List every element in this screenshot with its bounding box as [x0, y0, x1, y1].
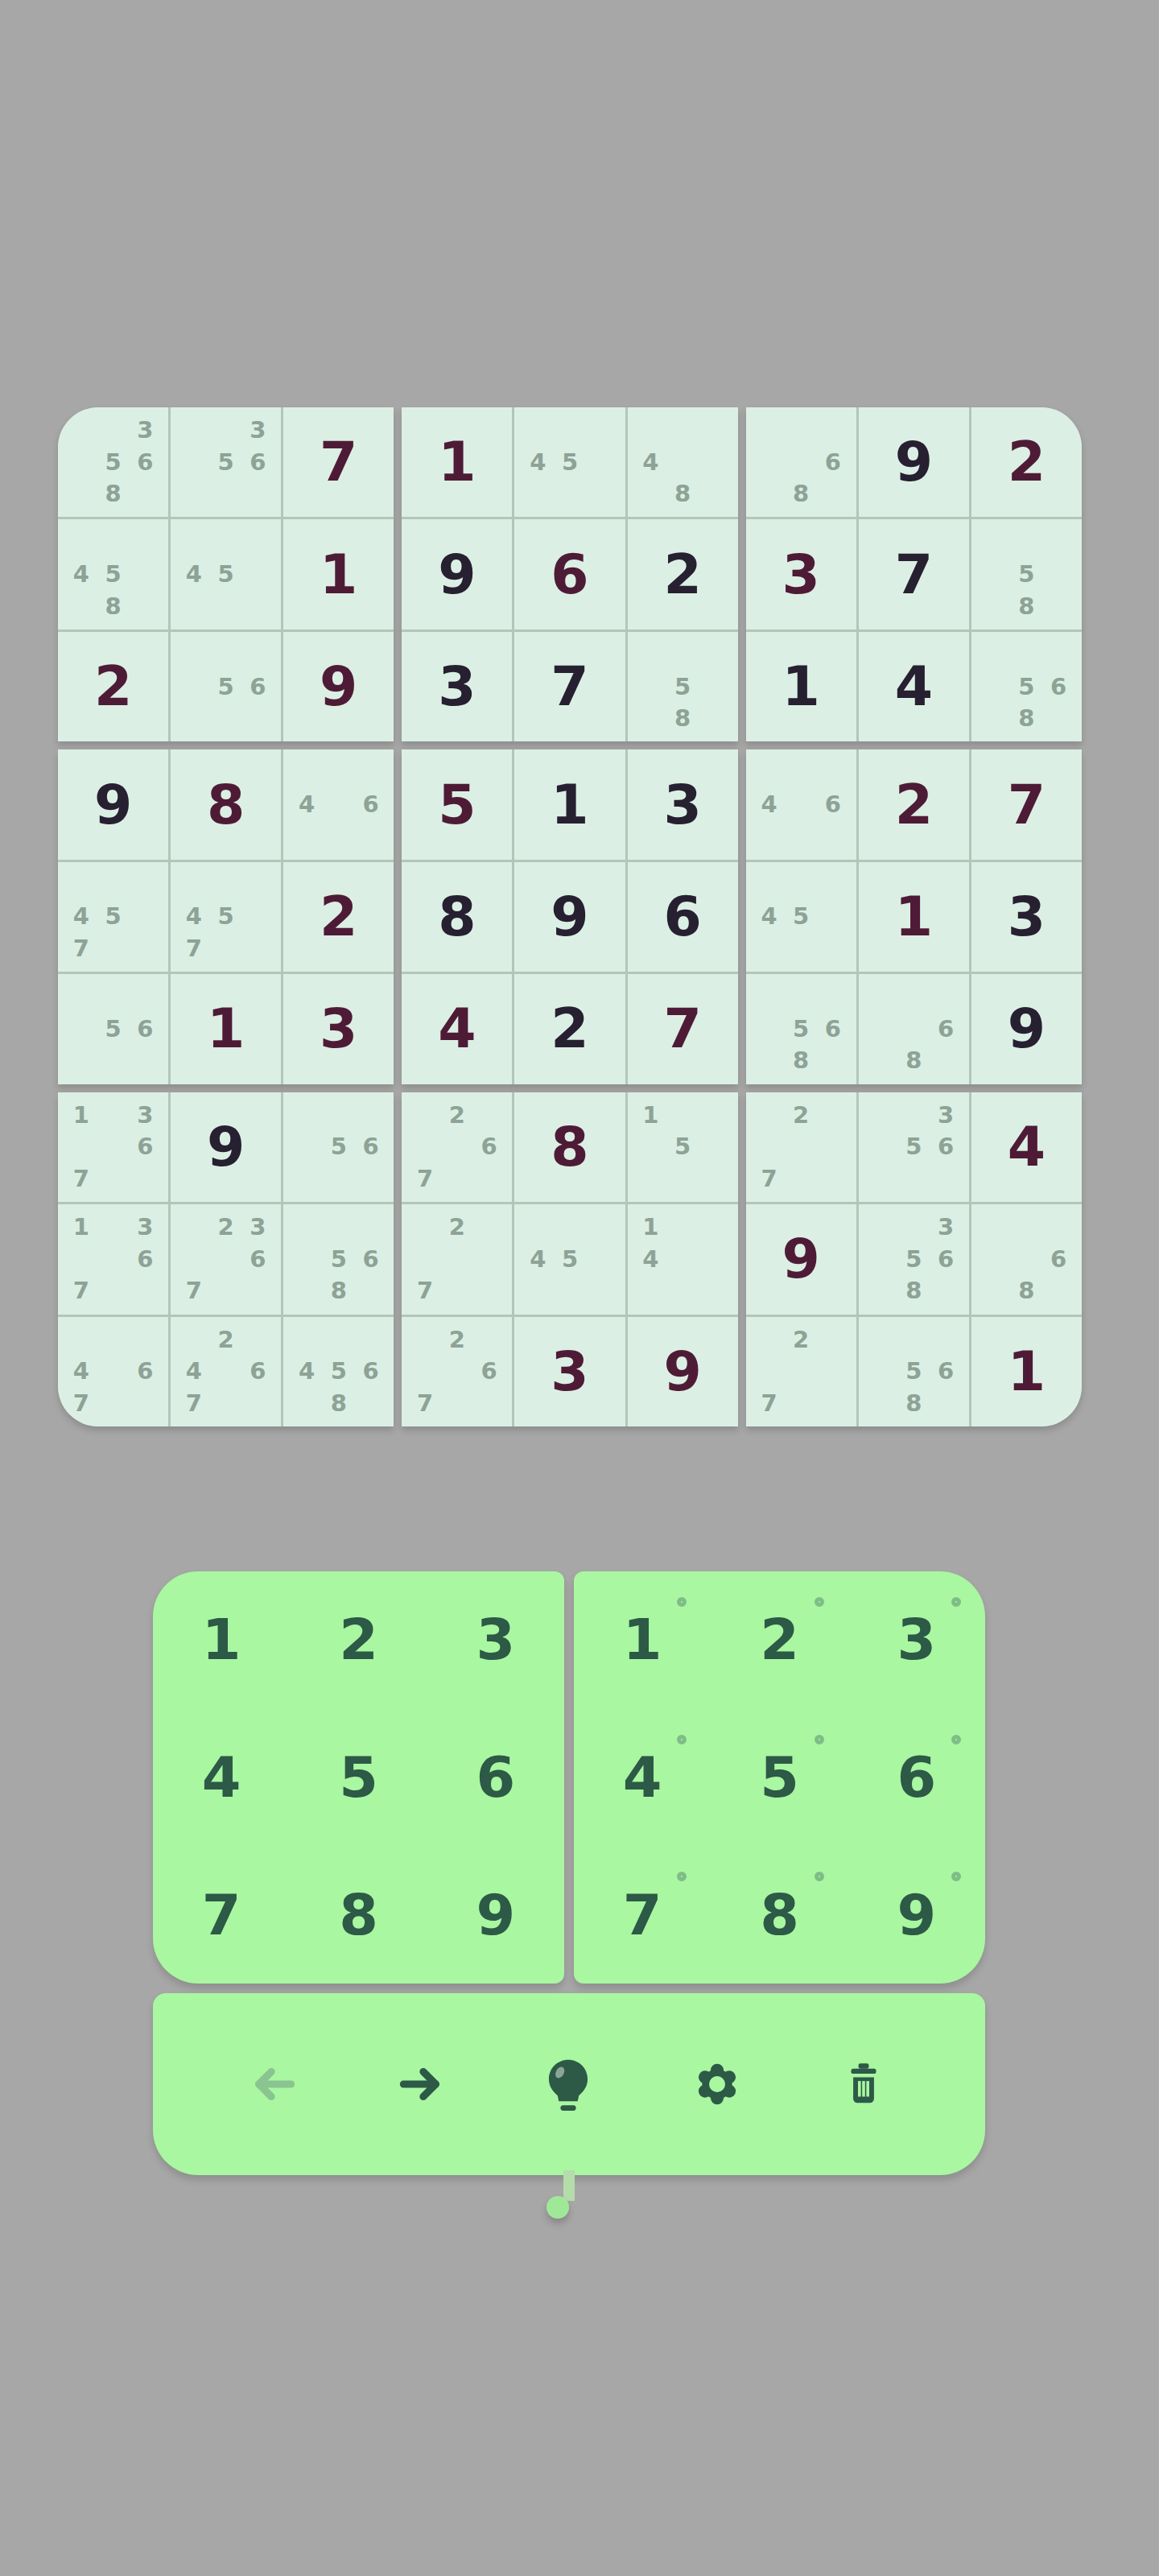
- pencil-mark-9: [473, 1388, 505, 1419]
- digit-8-button[interactable]: 8: [290, 1846, 427, 1984]
- pencil-mark-4: [291, 1244, 323, 1275]
- pencil-marks: 1367: [65, 1100, 161, 1195]
- cell-r6c8[interactable]: 68: [859, 974, 969, 1084]
- pencil-mark-6: 6: [242, 1356, 274, 1387]
- pencil-mark-5: [441, 1356, 473, 1387]
- cell-r5c3[interactable]: 2: [283, 862, 394, 972]
- cell-r4c1[interactable]: 9: [58, 749, 168, 859]
- cell-r2c7[interactable]: 3: [746, 519, 856, 629]
- cell-r2c5[interactable]: 6: [514, 519, 625, 629]
- cell-r8c2[interactable]: 2367: [171, 1204, 281, 1314]
- cell-r8c9[interactable]: 68: [971, 1204, 1082, 1314]
- pencil-mark-1: [291, 1324, 323, 1356]
- cell-r8c6[interactable]: 14: [628, 1204, 738, 1314]
- cell-r2c8[interactable]: 7: [859, 519, 969, 629]
- pencil-mark-7: [178, 703, 210, 734]
- delete-button[interactable]: [839, 2059, 889, 2109]
- pencil-mark-9: [355, 1275, 387, 1307]
- pencil-mark-6: 6: [930, 1013, 962, 1045]
- cell-r3c1[interactable]: 2: [58, 632, 168, 741]
- pencil-mark-3: [129, 1324, 161, 1356]
- pencil-mark-4: [866, 1131, 898, 1162]
- pencil-mark-8: 8: [897, 1275, 930, 1307]
- pencil-mark-1: [753, 415, 786, 446]
- pencil-marks: 27: [409, 1212, 505, 1307]
- pencil-mark-6: [699, 671, 731, 702]
- cell-r3c9[interactable]: 568: [971, 632, 1082, 741]
- hint-button[interactable]: [542, 2058, 595, 2111]
- pencil-mark-3: [1042, 526, 1074, 558]
- entered-digit: 7: [320, 435, 357, 489]
- given-digit: 3: [1008, 890, 1046, 944]
- pencil-mark-1: [409, 1100, 441, 1131]
- pencil-marks: 27: [753, 1100, 849, 1195]
- pencil-mark-6: [699, 446, 731, 477]
- pencil-marks: 56: [178, 639, 274, 734]
- pencil-mark-9: [817, 1388, 849, 1419]
- cell-r9c6[interactable]: 9: [628, 1317, 738, 1426]
- cell-r1c6[interactable]: 48: [628, 407, 738, 517]
- pencil-mark-7: [65, 590, 97, 621]
- pencil-mark-4: [753, 1356, 786, 1387]
- pencil-mark-9: [817, 1163, 849, 1195]
- cell-r7c9[interactable]: 4: [971, 1092, 1082, 1202]
- cell-r9c1[interactable]: 467: [58, 1317, 168, 1426]
- cell-r6c7[interactable]: 568: [746, 974, 856, 1084]
- pencil-mark-9: [129, 933, 161, 964]
- cell-r1c2[interactable]: 356: [171, 407, 281, 517]
- pencil-mark-1: [753, 869, 786, 901]
- pencil-marks: 458: [65, 526, 161, 621]
- pencil-mark-2: [323, 757, 355, 788]
- cell-r1c4[interactable]: 1: [402, 407, 512, 517]
- pencil-marks: 56: [65, 981, 161, 1076]
- pencil-mark-9: [930, 1388, 962, 1419]
- pencil-mark-2: [1011, 639, 1043, 671]
- pencil-mark-8: [666, 1163, 699, 1195]
- pencil-mark-4: [753, 446, 786, 477]
- pencil-mark-6: 6: [355, 1244, 387, 1275]
- note-digit-2-button[interactable]: 2: [711, 1571, 848, 1709]
- entered-digit: 1: [438, 435, 476, 489]
- entered-digit: 9: [782, 1232, 820, 1286]
- pencil-mark-5: 5: [785, 1013, 817, 1045]
- pencil-mark-7: [522, 478, 554, 510]
- cell-r3c7[interactable]: 1: [746, 632, 856, 741]
- digit-4-button[interactable]: 4: [153, 1709, 290, 1847]
- pencil-marks: 1367: [65, 1212, 161, 1307]
- pencil-mark-8: 8: [897, 1388, 930, 1419]
- pencil-mark-1: [866, 1324, 898, 1356]
- pencil-mark-3: [817, 1100, 849, 1131]
- cell-r7c7[interactable]: 27: [746, 1092, 856, 1202]
- pencil-mark-8: [897, 1163, 930, 1195]
- cell-r4c8[interactable]: 2: [859, 749, 969, 859]
- digit-label: 3: [476, 1607, 515, 1673]
- cell-r3c8[interactable]: 4: [859, 632, 969, 741]
- digit-label: 7: [623, 1882, 662, 1948]
- pencil-mark-6: 6: [930, 1356, 962, 1387]
- pencil-mark-6: 6: [1042, 1244, 1074, 1275]
- pencil-mark-2: [785, 869, 817, 901]
- pencil-mark-9: [242, 1275, 274, 1307]
- pencil-mark-3: [242, 639, 274, 671]
- pencil-mark-5: 5: [897, 1131, 930, 1162]
- pencil-mark-7: [178, 590, 210, 621]
- digit-6-button[interactable]: 6: [427, 1709, 564, 1847]
- given-digit: 7: [895, 547, 933, 602]
- pencil-mark-2: [666, 639, 699, 671]
- cell-r1c5[interactable]: 45: [514, 407, 625, 517]
- pencil-mark-8: 8: [1011, 703, 1043, 734]
- pencil-mark-2: [97, 869, 130, 901]
- pencil-mark-3: [817, 415, 849, 446]
- cell-r9c7[interactable]: 27: [746, 1317, 856, 1426]
- cell-r2c3[interactable]: 1: [283, 519, 394, 629]
- pencil-marks: 15: [635, 1100, 731, 1195]
- pencil-mark-4: [635, 1131, 667, 1162]
- cell-r8c1[interactable]: 1367: [58, 1204, 168, 1314]
- cell-r6c1[interactable]: 56: [58, 974, 168, 1084]
- entered-digit: 9: [320, 659, 357, 714]
- pencil-mark-3: 3: [930, 1212, 962, 1243]
- pencil-mark-1: [753, 1324, 786, 1356]
- cell-r1c3[interactable]: 7: [283, 407, 394, 517]
- settings-button[interactable]: [691, 2058, 743, 2110]
- pencil-mark-1: [178, 1212, 210, 1243]
- cell-r8c3[interactable]: 568: [283, 1204, 394, 1314]
- cell-r6c4[interactable]: 4: [402, 974, 512, 1084]
- pencil-mark-3: [817, 1324, 849, 1356]
- pencil-mark-8: [210, 703, 242, 734]
- pencil-mark-7: [753, 1045, 786, 1076]
- box-8: 26781527451426739: [402, 1092, 737, 1426]
- cell-r9c3[interactable]: 4568: [283, 1317, 394, 1426]
- cell-r6c2[interactable]: 1: [171, 974, 281, 1084]
- pencil-mark-2: [554, 1212, 586, 1243]
- pencil-mark-2: [785, 981, 817, 1013]
- pencil-mark-7: 7: [753, 1388, 786, 1419]
- digit-label: 9: [476, 1882, 515, 1948]
- cell-r2c6[interactable]: 2: [628, 519, 738, 629]
- pencil-mark-9: [930, 1275, 962, 1307]
- cell-r9c5[interactable]: 3: [514, 1317, 625, 1426]
- cell-r4c6[interactable]: 3: [628, 749, 738, 859]
- pencil-mark-5: 5: [897, 1244, 930, 1275]
- pencil-mark-7: [178, 478, 210, 510]
- pencil-marks: 568: [291, 1212, 386, 1307]
- pencil-mark-4: [866, 1244, 898, 1275]
- pencil-mark-2: 2: [441, 1212, 473, 1243]
- pencil-mark-4: [866, 1356, 898, 1387]
- pencil-mark-5: [97, 1131, 130, 1162]
- undo-button[interactable]: [250, 2059, 299, 2109]
- drag-handle[interactable]: [547, 2196, 569, 2219]
- pencil-mark-3: [586, 415, 618, 446]
- pencil-mark-6: [586, 446, 618, 477]
- pencil-mark-4: 4: [753, 901, 786, 932]
- cell-r4c7[interactable]: 46: [746, 749, 856, 859]
- pencil-mark-4: [979, 559, 1011, 590]
- pencil-mark-1: [65, 981, 97, 1013]
- pencil-mark-8: [441, 1275, 473, 1307]
- note-digit-5-button[interactable]: 5: [711, 1709, 848, 1847]
- cell-r3c4[interactable]: 3: [402, 632, 512, 741]
- cell-r5c8[interactable]: 1: [859, 862, 969, 972]
- pencil-mark-8: [785, 1388, 817, 1419]
- cell-r4c9[interactable]: 7: [971, 749, 1082, 859]
- cell-r9c8[interactable]: 568: [859, 1317, 969, 1426]
- cell-r8c4[interactable]: 27: [402, 1204, 512, 1314]
- pencil-mark-2: [323, 1324, 355, 1356]
- settings-gear-icon: [691, 2058, 743, 2110]
- pencil-mark-4: [409, 1356, 441, 1387]
- pencil-mark-4: 4: [635, 1244, 667, 1275]
- note-digit-1-button[interactable]: 1: [574, 1571, 711, 1709]
- pencil-mark-1: 1: [65, 1100, 97, 1131]
- cell-r5c7[interactable]: 45: [746, 862, 856, 972]
- cell-r3c2[interactable]: 56: [171, 632, 281, 741]
- note-ring-icon: [677, 1735, 687, 1744]
- pencil-mark-1: [753, 1100, 786, 1131]
- cell-r2c2[interactable]: 45: [171, 519, 281, 629]
- pencil-mark-8: 8: [1011, 1275, 1043, 1307]
- cell-r1c1[interactable]: 3568: [58, 407, 168, 517]
- given-digit: 2: [551, 1001, 588, 1056]
- pencil-mark-4: [635, 671, 667, 702]
- pencil-mark-1: [522, 1212, 554, 1243]
- pencil-mark-3: [930, 981, 962, 1013]
- digit-5-button[interactable]: 5: [290, 1709, 427, 1847]
- cell-r1c9[interactable]: 2: [971, 407, 1082, 517]
- pencil-mark-5: [897, 1013, 930, 1045]
- pencil-mark-7: 7: [409, 1163, 441, 1195]
- pencil-mark-8: [785, 933, 817, 964]
- pencil-mark-1: [178, 869, 210, 901]
- given-digit: 4: [895, 659, 933, 714]
- digit-3-button[interactable]: 3: [427, 1571, 564, 1709]
- cell-r7c2[interactable]: 9: [171, 1092, 281, 1202]
- pencil-marks: 4568: [291, 1324, 386, 1419]
- pencil-mark-8: [97, 1275, 130, 1307]
- pencil-mark-8: [323, 1163, 355, 1195]
- pencil-mark-4: 4: [291, 1356, 323, 1387]
- cell-r9c4[interactable]: 267: [402, 1317, 512, 1426]
- cell-r3c5[interactable]: 7: [514, 632, 625, 741]
- digit-label: 6: [476, 1744, 515, 1810]
- note-digit-3-button[interactable]: 3: [848, 1571, 985, 1709]
- pencil-mark-2: [210, 639, 242, 671]
- pencil-mark-7: [866, 1388, 898, 1419]
- cell-r5c5[interactable]: 9: [514, 862, 625, 972]
- pencil-mark-5: 5: [666, 671, 699, 702]
- note-digit-4-button[interactable]: 4: [574, 1709, 711, 1847]
- cell-r2c4[interactable]: 9: [402, 519, 512, 629]
- digit-1-button[interactable]: 1: [153, 1571, 290, 1709]
- pencil-mark-8: [210, 933, 242, 964]
- pencil-mark-8: 8: [1011, 590, 1043, 621]
- cell-r6c3[interactable]: 3: [283, 974, 394, 1084]
- pencil-mark-2: [97, 981, 130, 1013]
- sudoku-grid: 3568356745845125691454896237586892375814…: [58, 407, 1082, 1426]
- given-digit: 9: [94, 778, 132, 832]
- pencil-mark-4: [753, 1013, 786, 1045]
- note-digit-6-button[interactable]: 6: [848, 1709, 985, 1847]
- given-digit: 6: [663, 890, 701, 944]
- pencil-mark-5: [785, 1131, 817, 1162]
- cell-r8c7[interactable]: 9: [746, 1204, 856, 1314]
- hint-bulb-icon: [542, 2058, 595, 2111]
- digit-9-button[interactable]: 9: [427, 1846, 564, 1984]
- pencil-mark-6: 6: [473, 1131, 505, 1162]
- pencil-mark-8: 8: [897, 1045, 930, 1076]
- cell-r7c3[interactable]: 56: [283, 1092, 394, 1202]
- cell-r7c8[interactable]: 356: [859, 1092, 969, 1202]
- pencil-mark-2: [666, 1212, 699, 1243]
- digit-2-button[interactable]: 2: [290, 1571, 427, 1709]
- pencil-mark-6: 6: [242, 671, 274, 702]
- entered-digit: 3: [320, 1001, 357, 1056]
- cell-r6c5[interactable]: 2: [514, 974, 625, 1084]
- cell-r3c3[interactable]: 9: [283, 632, 394, 741]
- pencil-mark-6: [129, 901, 161, 932]
- cell-r5c9[interactable]: 3: [971, 862, 1082, 972]
- pencil-mark-3: [699, 415, 731, 446]
- pencil-mark-7: 7: [65, 1163, 97, 1195]
- cell-r4c5[interactable]: 1: [514, 749, 625, 859]
- cell-r8c8[interactable]: 3568: [859, 1204, 969, 1314]
- pencil-mark-9: [129, 1388, 161, 1419]
- pencil-mark-5: 5: [210, 446, 242, 477]
- pencil-mark-1: [65, 869, 97, 901]
- pencil-mark-1: [979, 526, 1011, 558]
- pencil-mark-2: [897, 1212, 930, 1243]
- pencil-mark-9: [699, 1163, 731, 1195]
- pencil-mark-5: [97, 1356, 130, 1387]
- note-ring-icon: [951, 1735, 961, 1744]
- pencil-mark-5: 5: [554, 446, 586, 477]
- pencil-mark-9: [817, 820, 849, 852]
- pencil-mark-1: [178, 1324, 210, 1356]
- cell-r2c1[interactable]: 458: [58, 519, 168, 629]
- given-digit: 9: [551, 890, 588, 944]
- cell-r6c9[interactable]: 9: [971, 974, 1082, 1084]
- pencil-mark-5: [666, 446, 699, 477]
- pencil-mark-4: [65, 1244, 97, 1275]
- pencil-mark-4: [65, 446, 97, 477]
- pencil-mark-5: 5: [97, 446, 130, 477]
- pencil-mark-3: [817, 869, 849, 901]
- cell-r8c5[interactable]: 45: [514, 1204, 625, 1314]
- pencil-mark-9: [242, 933, 274, 964]
- cell-r7c6[interactable]: 15: [628, 1092, 738, 1202]
- pencil-mark-1: [979, 1212, 1011, 1243]
- cell-r5c4[interactable]: 8: [402, 862, 512, 972]
- digit-7-button[interactable]: 7: [153, 1846, 290, 1984]
- pencil-mark-9: [242, 703, 274, 734]
- cell-r4c3[interactable]: 46: [283, 749, 394, 859]
- delete-trash-icon: [839, 2059, 889, 2109]
- undo-arrow-icon: [250, 2059, 299, 2109]
- pencil-mark-3: 3: [129, 415, 161, 446]
- numpad-normal: 123456789: [153, 1571, 564, 1984]
- pencil-mark-3: [242, 869, 274, 901]
- pencil-mark-1: [866, 1100, 898, 1131]
- pencil-mark-6: [242, 901, 274, 932]
- cell-r7c4[interactable]: 267: [402, 1092, 512, 1202]
- pencil-mark-9: [473, 1163, 505, 1195]
- pencil-marks: 27: [753, 1324, 849, 1419]
- pencil-mark-1: [866, 1212, 898, 1243]
- pencil-marks: 45: [522, 415, 617, 510]
- pencil-marks: 45: [522, 1212, 617, 1307]
- pencil-mark-4: 4: [291, 789, 323, 820]
- pencil-mark-3: [129, 869, 161, 901]
- note-ring-icon: [815, 1597, 824, 1607]
- note-digit-8-button[interactable]: 8: [711, 1846, 848, 1984]
- pencil-mark-9: [817, 1045, 849, 1076]
- pencil-mark-6: 6: [129, 446, 161, 477]
- cell-r9c2[interactable]: 2467: [171, 1317, 281, 1426]
- pencil-mark-1: [178, 639, 210, 671]
- cell-r1c7[interactable]: 68: [746, 407, 856, 517]
- note-digit-9-button[interactable]: 9: [848, 1846, 985, 1984]
- cell-r5c6[interactable]: 6: [628, 862, 738, 972]
- pencil-marks: 267: [409, 1100, 505, 1195]
- digit-label: 2: [339, 1607, 378, 1673]
- given-digit: 9: [438, 547, 476, 602]
- entered-digit: 2: [94, 659, 132, 714]
- pencil-marks: 457: [178, 869, 274, 964]
- pencil-mark-6: [699, 1244, 731, 1275]
- note-digit-7-button[interactable]: 7: [574, 1846, 711, 1984]
- cell-r9c9[interactable]: 1: [971, 1317, 1082, 1426]
- cell-r4c4[interactable]: 5: [402, 749, 512, 859]
- pencil-mark-6: 6: [817, 1013, 849, 1045]
- cell-r5c1[interactable]: 457: [58, 862, 168, 972]
- pencil-mark-6: [129, 559, 161, 590]
- cell-r4c2[interactable]: 8: [171, 749, 281, 859]
- pencil-mark-2: [897, 1324, 930, 1356]
- pencil-mark-1: [409, 1212, 441, 1243]
- pencil-mark-3: [355, 1324, 387, 1356]
- cell-r7c5[interactable]: 8: [514, 1092, 625, 1202]
- pencil-mark-6: 6: [129, 1013, 161, 1045]
- cell-r1c8[interactable]: 9: [859, 407, 969, 517]
- cell-r5c2[interactable]: 457: [171, 862, 281, 972]
- pencil-mark-2: [666, 1100, 699, 1131]
- note-ring-icon: [951, 1597, 961, 1607]
- cell-r3c6[interactable]: 58: [628, 632, 738, 741]
- pencil-mark-7: 7: [65, 1275, 97, 1307]
- pencil-mark-4: 4: [522, 446, 554, 477]
- pencil-mark-8: [441, 1163, 473, 1195]
- cell-r6c6[interactable]: 7: [628, 974, 738, 1084]
- cell-r7c1[interactable]: 1367: [58, 1092, 168, 1202]
- pencil-mark-8: [554, 1275, 586, 1307]
- redo-button[interactable]: [395, 2059, 445, 2109]
- pencil-mark-5: 5: [210, 901, 242, 932]
- pencil-mark-3: [129, 526, 161, 558]
- pencil-mark-3: [1042, 639, 1074, 671]
- pencil-mark-8: [441, 1388, 473, 1419]
- cell-r2c9[interactable]: 58: [971, 519, 1082, 629]
- entered-digit: 9: [663, 1344, 701, 1399]
- pencil-mark-4: 4: [178, 559, 210, 590]
- pencil-mark-2: [785, 757, 817, 788]
- pencil-mark-8: 8: [97, 590, 130, 621]
- pencil-mark-4: [291, 1131, 323, 1162]
